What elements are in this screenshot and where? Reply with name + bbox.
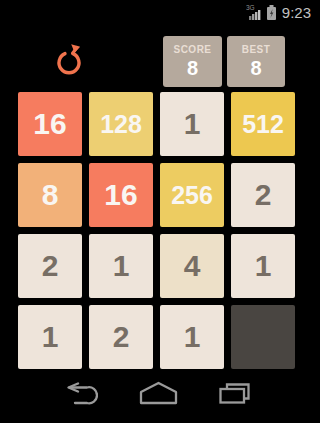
tile-1: 1 (160, 305, 224, 369)
tile-1: 1 (231, 234, 295, 298)
tile-1: 1 (160, 92, 224, 156)
tile-2: 2 (231, 163, 295, 227)
status-bar: 3G 9:23 (0, 0, 320, 25)
game-board[interactable]: 16128151281625622141121 (18, 92, 295, 369)
restart-icon (53, 41, 85, 77)
tile-8: 8 (18, 163, 82, 227)
tile-256: 256 (160, 163, 224, 227)
signal-3g-icon: 3G (246, 4, 261, 21)
battery-charging-icon (266, 4, 277, 21)
tile-1: 1 (18, 305, 82, 369)
tile-128: 128 (89, 92, 153, 156)
home-icon (139, 381, 178, 405)
back-button[interactable] (65, 382, 98, 408)
tile-16: 16 (18, 92, 82, 156)
score-value: 8 (163, 56, 222, 80)
home-button[interactable] (139, 381, 178, 408)
recents-button[interactable] (218, 382, 251, 408)
tile-2: 2 (18, 234, 82, 298)
restart-button[interactable] (51, 40, 87, 80)
best-value: 8 (227, 56, 285, 80)
tile-1: 1 (89, 234, 153, 298)
tile-4: 4 (160, 234, 224, 298)
score-label: SCORE (163, 44, 222, 56)
phone-screen: 3G 9:23 SCORE 8 BEST 8 16128151281625622… (0, 0, 320, 423)
best-box: BEST 8 (227, 36, 285, 87)
clock: 9:23 (282, 0, 311, 25)
recents-icon (218, 382, 251, 405)
score-box: SCORE 8 (163, 36, 222, 87)
back-icon (65, 382, 98, 405)
tile-16: 16 (89, 163, 153, 227)
empty-cell (231, 305, 295, 369)
signal-3g-label: 3G (246, 4, 255, 11)
tile-2: 2 (89, 305, 153, 369)
tile-512: 512 (231, 92, 295, 156)
best-label: BEST (227, 44, 285, 56)
